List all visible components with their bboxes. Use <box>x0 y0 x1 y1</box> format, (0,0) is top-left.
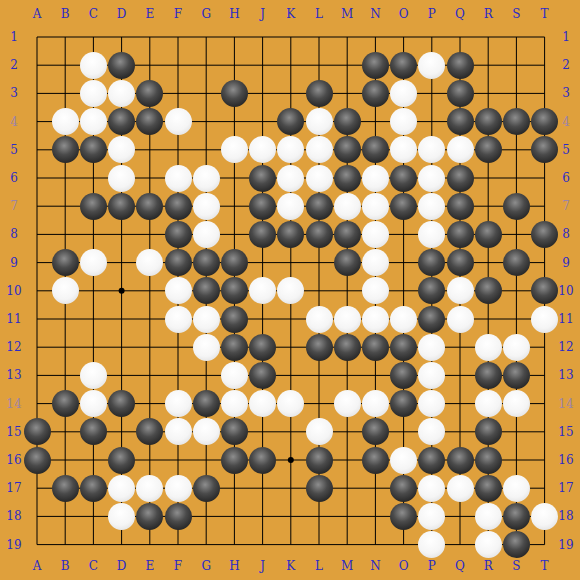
stone-black-T8 <box>531 221 558 248</box>
stone-white-C2 <box>80 52 107 79</box>
col-label-bottom-N: N <box>370 560 381 572</box>
stone-white-L15 <box>306 418 333 445</box>
stone-white-P7 <box>418 193 445 220</box>
go-board[interactable]: AABBCCDDEEFFGGHHJJKKLLMMNNOOPPQQRRSSTT11… <box>0 0 580 580</box>
stone-white-L11 <box>306 306 333 333</box>
stone-black-F9 <box>165 249 192 276</box>
row-label-right-12: 12 <box>558 341 573 353</box>
stone-black-M8 <box>334 221 361 248</box>
col-label-top-G: G <box>201 8 211 20</box>
stone-black-N2 <box>362 52 389 79</box>
col-label-bottom-T: T <box>541 560 549 572</box>
stone-white-L4 <box>306 108 333 135</box>
stone-black-D4 <box>108 108 135 135</box>
stone-black-Q2 <box>447 52 474 79</box>
stone-black-B14 <box>52 390 79 417</box>
stone-black-M5 <box>334 136 361 163</box>
stone-black-R10 <box>475 277 502 304</box>
stone-black-L7 <box>306 193 333 220</box>
row-label-right-16: 16 <box>558 454 573 466</box>
stone-black-O12 <box>390 334 417 361</box>
stone-white-N6 <box>362 165 389 192</box>
col-label-top-R: R <box>484 8 493 20</box>
stone-black-R15 <box>475 418 502 445</box>
stone-white-Q11 <box>447 306 474 333</box>
star-point-K16 <box>288 457 294 463</box>
row-label-right-18: 18 <box>558 510 573 522</box>
col-label-bottom-E: E <box>145 560 154 572</box>
col-label-top-A: A <box>33 8 42 20</box>
stone-white-F6 <box>165 165 192 192</box>
stone-white-J14 <box>249 390 276 417</box>
col-label-top-E: E <box>145 8 154 20</box>
stone-black-R4 <box>475 108 502 135</box>
row-label-left-19: 19 <box>6 539 21 551</box>
stone-white-N11 <box>362 306 389 333</box>
stone-black-S7 <box>503 193 530 220</box>
stone-black-N16 <box>362 447 389 474</box>
row-label-right-3: 3 <box>562 87 570 99</box>
stone-black-A15 <box>24 418 51 445</box>
stone-black-S19 <box>503 531 530 558</box>
stone-black-Q3 <box>447 80 474 107</box>
stone-white-F15 <box>165 418 192 445</box>
stone-black-H16 <box>221 447 248 474</box>
row-label-left-17: 17 <box>6 482 21 494</box>
stone-white-K6 <box>277 165 304 192</box>
row-label-right-19: 19 <box>558 539 573 551</box>
col-label-bottom-D: D <box>117 560 127 572</box>
stone-white-S12 <box>503 334 530 361</box>
stone-black-D2 <box>108 52 135 79</box>
stone-black-O6 <box>390 165 417 192</box>
stone-black-O13 <box>390 362 417 389</box>
stone-white-F17 <box>165 475 192 502</box>
col-label-top-C: C <box>89 8 98 20</box>
row-label-left-11: 11 <box>6 313 21 325</box>
stone-black-G9 <box>193 249 220 276</box>
row-label-left-13: 13 <box>6 369 21 381</box>
stone-white-R14 <box>475 390 502 417</box>
stone-black-R16 <box>475 447 502 474</box>
stone-white-G11 <box>193 306 220 333</box>
stone-black-N5 <box>362 136 389 163</box>
stone-white-M7 <box>334 193 361 220</box>
row-label-left-9: 9 <box>10 257 18 269</box>
stone-black-L17 <box>306 475 333 502</box>
row-label-right-14: 14 <box>558 398 573 410</box>
col-label-top-M: M <box>341 8 353 20</box>
col-label-top-K: K <box>286 8 295 20</box>
stone-black-O7 <box>390 193 417 220</box>
col-label-top-J: J <box>260 8 265 20</box>
stone-white-B10 <box>52 277 79 304</box>
stone-black-C15 <box>80 418 107 445</box>
stone-black-Q16 <box>447 447 474 474</box>
col-label-bottom-A: A <box>33 560 42 572</box>
stone-black-Q8 <box>447 221 474 248</box>
col-label-bottom-B: B <box>61 560 70 572</box>
stone-white-K7 <box>277 193 304 220</box>
stone-black-C5 <box>80 136 107 163</box>
row-label-left-2: 2 <box>10 59 18 71</box>
stone-white-C4 <box>80 108 107 135</box>
row-label-right-10: 10 <box>558 285 573 297</box>
stone-white-N7 <box>362 193 389 220</box>
stone-white-D18 <box>108 503 135 530</box>
stone-black-M4 <box>334 108 361 135</box>
stone-white-B4 <box>52 108 79 135</box>
row-label-left-12: 12 <box>6 341 21 353</box>
stone-black-O14 <box>390 390 417 417</box>
stone-white-P6 <box>418 165 445 192</box>
col-label-top-P: P <box>428 8 436 20</box>
stone-black-J8 <box>249 221 276 248</box>
stone-white-C13 <box>80 362 107 389</box>
row-label-right-11: 11 <box>558 313 573 325</box>
stone-black-G17 <box>193 475 220 502</box>
stone-black-J12 <box>249 334 276 361</box>
stone-black-M9 <box>334 249 361 276</box>
stone-black-J6 <box>249 165 276 192</box>
row-label-left-14: 14 <box>6 398 21 410</box>
stone-black-R17 <box>475 475 502 502</box>
row-label-left-1: 1 <box>10 31 18 43</box>
col-label-top-H: H <box>229 8 239 20</box>
stone-white-P2 <box>418 52 445 79</box>
stone-black-N12 <box>362 334 389 361</box>
row-label-left-6: 6 <box>10 172 18 184</box>
stone-white-P18 <box>418 503 445 530</box>
stone-black-E3 <box>136 80 163 107</box>
stone-white-T18 <box>531 503 558 530</box>
col-label-top-T: T <box>541 8 549 20</box>
stone-white-O4 <box>390 108 417 135</box>
row-label-right-4: 4 <box>562 116 570 128</box>
stone-white-S14 <box>503 390 530 417</box>
stone-white-F11 <box>165 306 192 333</box>
col-label-bottom-O: O <box>399 560 409 572</box>
stone-black-M6 <box>334 165 361 192</box>
stone-black-M12 <box>334 334 361 361</box>
stone-black-N15 <box>362 418 389 445</box>
stone-white-F10 <box>165 277 192 304</box>
stone-black-S9 <box>503 249 530 276</box>
stone-black-R5 <box>475 136 502 163</box>
col-label-bottom-K: K <box>286 560 295 572</box>
stone-white-Q10 <box>447 277 474 304</box>
row-label-left-3: 3 <box>10 87 18 99</box>
stone-white-R12 <box>475 334 502 361</box>
stone-black-A16 <box>24 447 51 474</box>
row-label-left-18: 18 <box>6 510 21 522</box>
stone-black-B9 <box>52 249 79 276</box>
stone-black-D7 <box>108 193 135 220</box>
row-label-right-5: 5 <box>562 144 570 156</box>
stone-white-H5 <box>221 136 248 163</box>
stone-white-G6 <box>193 165 220 192</box>
col-label-bottom-Q: Q <box>455 560 465 572</box>
row-label-right-9: 9 <box>562 257 570 269</box>
col-label-bottom-C: C <box>89 560 98 572</box>
row-label-left-7: 7 <box>10 200 18 212</box>
row-label-right-1: 1 <box>562 31 570 43</box>
stone-black-B5 <box>52 136 79 163</box>
stone-black-T4 <box>531 108 558 135</box>
stone-black-S18 <box>503 503 530 530</box>
row-label-left-10: 10 <box>6 285 21 297</box>
stone-black-Q4 <box>447 108 474 135</box>
col-label-bottom-S: S <box>512 560 520 572</box>
stone-black-J7 <box>249 193 276 220</box>
stone-black-H12 <box>221 334 248 361</box>
stone-black-S4 <box>503 108 530 135</box>
stone-black-E7 <box>136 193 163 220</box>
stone-black-P16 <box>418 447 445 474</box>
row-label-left-16: 16 <box>6 454 21 466</box>
stone-white-N10 <box>362 277 389 304</box>
stone-white-D6 <box>108 165 135 192</box>
stone-white-G15 <box>193 418 220 445</box>
stone-white-C3 <box>80 80 107 107</box>
stone-white-P17 <box>418 475 445 502</box>
stone-white-D17 <box>108 475 135 502</box>
row-label-right-17: 17 <box>558 482 573 494</box>
col-label-bottom-G: G <box>201 560 211 572</box>
stone-black-J16 <box>249 447 276 474</box>
stone-black-S13 <box>503 362 530 389</box>
row-label-left-8: 8 <box>10 228 18 240</box>
stone-white-H13 <box>221 362 248 389</box>
stone-black-N3 <box>362 80 389 107</box>
stone-white-R18 <box>475 503 502 530</box>
stone-black-L3 <box>306 80 333 107</box>
col-label-top-Q: Q <box>455 8 465 20</box>
stone-black-D14 <box>108 390 135 417</box>
stone-black-F8 <box>165 221 192 248</box>
col-label-top-S: S <box>512 8 520 20</box>
stone-black-H9 <box>221 249 248 276</box>
stone-white-G7 <box>193 193 220 220</box>
stone-black-H15 <box>221 418 248 445</box>
col-label-bottom-F: F <box>174 560 182 572</box>
stone-black-C17 <box>80 475 107 502</box>
stone-black-J13 <box>249 362 276 389</box>
row-label-right-13: 13 <box>558 369 573 381</box>
star-point-D10 <box>119 288 125 294</box>
col-label-top-B: B <box>61 8 70 20</box>
stone-white-N14 <box>362 390 389 417</box>
stone-black-P11 <box>418 306 445 333</box>
row-label-right-15: 15 <box>558 426 573 438</box>
stone-black-D16 <box>108 447 135 474</box>
row-label-left-5: 5 <box>10 144 18 156</box>
row-label-right-8: 8 <box>562 228 570 240</box>
stone-black-G14 <box>193 390 220 417</box>
col-label-top-L: L <box>315 8 323 20</box>
stone-white-H14 <box>221 390 248 417</box>
row-label-left-4: 4 <box>10 116 18 128</box>
stone-black-Q7 <box>447 193 474 220</box>
stone-black-Q6 <box>447 165 474 192</box>
stone-white-F14 <box>165 390 192 417</box>
stone-black-F18 <box>165 503 192 530</box>
col-label-top-O: O <box>399 8 409 20</box>
stone-black-G10 <box>193 277 220 304</box>
stone-white-O16 <box>390 447 417 474</box>
stone-black-R13 <box>475 362 502 389</box>
stone-black-H11 <box>221 306 248 333</box>
stone-white-O11 <box>390 306 417 333</box>
stone-white-Q17 <box>447 475 474 502</box>
stone-white-G8 <box>193 221 220 248</box>
stone-white-S17 <box>503 475 530 502</box>
col-label-bottom-M: M <box>341 560 353 572</box>
stone-white-M11 <box>334 306 361 333</box>
stone-white-T11 <box>531 306 558 333</box>
stone-black-L8 <box>306 221 333 248</box>
stone-white-C14 <box>80 390 107 417</box>
stone-black-H10 <box>221 277 248 304</box>
col-label-top-F: F <box>174 8 182 20</box>
stone-white-L5 <box>306 136 333 163</box>
stone-white-N8 <box>362 221 389 248</box>
stone-black-K8 <box>277 221 304 248</box>
col-label-bottom-L: L <box>315 560 323 572</box>
stone-white-L6 <box>306 165 333 192</box>
stone-white-N9 <box>362 249 389 276</box>
stone-black-O2 <box>390 52 417 79</box>
col-label-bottom-R: R <box>484 560 493 572</box>
stone-white-F4 <box>165 108 192 135</box>
stone-black-R8 <box>475 221 502 248</box>
stone-black-E18 <box>136 503 163 530</box>
stone-black-L12 <box>306 334 333 361</box>
col-label-bottom-J: J <box>260 560 265 572</box>
col-label-top-N: N <box>370 8 381 20</box>
stone-black-F7 <box>165 193 192 220</box>
col-label-bottom-P: P <box>428 560 436 572</box>
stone-white-O3 <box>390 80 417 107</box>
stone-black-H3 <box>221 80 248 107</box>
stone-white-E17 <box>136 475 163 502</box>
row-label-right-2: 2 <box>562 59 570 71</box>
col-label-bottom-H: H <box>229 560 239 572</box>
stone-white-G12 <box>193 334 220 361</box>
stone-white-P12 <box>418 334 445 361</box>
stone-white-M14 <box>334 390 361 417</box>
stone-white-P8 <box>418 221 445 248</box>
stone-white-R19 <box>475 531 502 558</box>
col-label-top-D: D <box>117 8 127 20</box>
row-label-right-6: 6 <box>562 172 570 184</box>
stone-white-C9 <box>80 249 107 276</box>
row-label-right-7: 7 <box>562 200 570 212</box>
stone-black-C7 <box>80 193 107 220</box>
stone-black-Q9 <box>447 249 474 276</box>
stone-white-Q5 <box>447 136 474 163</box>
stone-white-P13 <box>418 362 445 389</box>
stone-black-B17 <box>52 475 79 502</box>
stone-black-O17 <box>390 475 417 502</box>
row-label-left-15: 15 <box>6 426 21 438</box>
stone-white-D3 <box>108 80 135 107</box>
stone-black-L16 <box>306 447 333 474</box>
stone-black-O18 <box>390 503 417 530</box>
